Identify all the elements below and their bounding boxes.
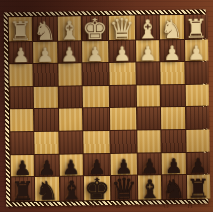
square-g5[interactable] [34, 109, 58, 131]
square-a3[interactable] [185, 62, 209, 84]
square-a2[interactable]: ♟ [185, 39, 209, 61]
chess-photo-canvas: ♜♞♝♚♛♝♞♜♟♟♟♟♟♟♟♟♟♟♟♟♟♟♟♟♜♞♝♚♛♝♞♜ ABCDEFG… [0, 0, 213, 212]
square-g6[interactable] [35, 132, 59, 154]
piece-bN-b8[interactable]: ♞ [162, 177, 186, 202]
square-b7[interactable]: ♟ [162, 153, 186, 175]
piece-bB-f8[interactable]: ♝ [60, 179, 84, 204]
piece-bN-g8[interactable]: ♞ [35, 179, 59, 204]
square-g3[interactable] [34, 64, 58, 86]
square-c7[interactable]: ♟ [138, 153, 162, 175]
square-h6[interactable] [10, 132, 34, 154]
square-e1[interactable]: ♚ [82, 16, 108, 40]
square-a5[interactable] [186, 107, 210, 129]
square-h7[interactable]: ♟ [11, 155, 35, 177]
piece-wP-d2[interactable]: ♟ [113, 45, 131, 64]
file-label-c: C [58, 202, 82, 211]
piece-wP-b2[interactable]: ♟ [163, 44, 181, 63]
piece-wP-f2[interactable]: ♟ [60, 46, 78, 65]
square-g4[interactable] [34, 87, 58, 109]
square-c6[interactable] [137, 130, 161, 152]
square-f4[interactable] [58, 86, 82, 108]
square-a6[interactable] [186, 130, 210, 152]
piece-bB-c8[interactable]: ♝ [138, 178, 162, 203]
square-h1[interactable]: ♜ [9, 17, 33, 41]
square-f7[interactable]: ♟ [59, 154, 83, 176]
piece-wN-g1[interactable]: ♞ [33, 19, 57, 44]
piece-wR-a1[interactable]: ♜ [184, 16, 208, 41]
square-a8[interactable]: ♜ [187, 175, 211, 199]
piece-wR-h1[interactable]: ♜ [9, 19, 33, 44]
square-d1[interactable]: ♛ [109, 16, 135, 40]
piece-bQ-d8[interactable]: ♛ [111, 176, 137, 204]
square-d4[interactable] [110, 85, 136, 107]
square-b4[interactable] [161, 85, 185, 107]
square-f5[interactable] [59, 109, 83, 131]
file-label-b: B [34, 202, 58, 211]
square-h2[interactable]: ♟ [9, 42, 33, 64]
square-f1[interactable]: ♝ [57, 16, 81, 40]
square-a1[interactable]: ♜ [184, 15, 208, 39]
square-c4[interactable] [137, 85, 161, 107]
square-h4[interactable] [10, 87, 34, 109]
piece-bR-a8[interactable]: ♜ [187, 177, 211, 202]
square-c3[interactable] [136, 62, 160, 84]
square-f6[interactable] [59, 131, 83, 153]
piece-wK-e1[interactable]: ♚ [82, 16, 108, 44]
piece-bR-h8[interactable]: ♜ [11, 179, 35, 204]
square-h8[interactable]: ♜ [11, 177, 35, 201]
square-e4[interactable] [83, 86, 109, 108]
square-g2[interactable]: ♟ [33, 41, 57, 63]
square-b3[interactable] [161, 62, 185, 84]
square-b1[interactable]: ♞ [160, 15, 184, 39]
square-d3[interactable] [109, 63, 135, 85]
piece-wB-f1[interactable]: ♝ [57, 18, 81, 43]
square-f2[interactable]: ♟ [58, 41, 82, 63]
piece-wP-h2[interactable]: ♟ [12, 46, 30, 65]
square-d6[interactable] [110, 131, 136, 153]
piece-wP-c2[interactable]: ♟ [139, 44, 157, 63]
piece-bK-e8[interactable]: ♚ [84, 176, 110, 204]
file-label-g: G [154, 202, 178, 211]
piece-wP-e2[interactable]: ♟ [86, 45, 104, 64]
square-b6[interactable] [162, 130, 186, 152]
square-h3[interactable] [9, 64, 33, 86]
file-label-a: A [10, 202, 34, 211]
square-b8[interactable]: ♞ [162, 175, 186, 199]
square-d5[interactable] [110, 108, 136, 130]
file-label-e: E [106, 202, 130, 211]
file-label-f: F [130, 202, 154, 211]
square-b5[interactable] [161, 107, 185, 129]
piece-wN-b1[interactable]: ♞ [160, 17, 184, 42]
square-b2[interactable]: ♟ [160, 39, 184, 61]
square-e3[interactable] [82, 63, 108, 85]
square-h5[interactable] [10, 109, 34, 131]
chess-board: ♜♞♝♚♛♝♞♜♟♟♟♟♟♟♟♟♟♟♟♟♟♟♟♟♜♞♝♚♛♝♞♜ [8, 14, 205, 203]
file-label-h: H [178, 202, 202, 211]
square-e6[interactable] [83, 131, 109, 153]
square-f3[interactable] [58, 64, 82, 86]
square-g8[interactable]: ♞ [35, 177, 59, 201]
piece-wB-c1[interactable]: ♝ [136, 17, 160, 42]
piece-wQ-d1[interactable]: ♛ [109, 16, 135, 44]
square-c2[interactable]: ♟ [136, 40, 160, 62]
square-c8[interactable]: ♝ [138, 176, 162, 200]
square-a4[interactable] [185, 84, 209, 106]
square-a7[interactable]: ♟ [186, 152, 210, 174]
file-labels: ABCDEFGH [10, 202, 202, 211]
square-d8[interactable]: ♛ [111, 176, 137, 200]
square-e5[interactable] [83, 108, 109, 130]
file-label-d: D [82, 202, 106, 211]
square-g1[interactable]: ♞ [33, 17, 57, 41]
square-f8[interactable]: ♝ [60, 177, 84, 201]
square-e8[interactable]: ♚ [84, 176, 110, 200]
piece-wP-a2[interactable]: ♟ [187, 44, 205, 63]
square-c1[interactable]: ♝ [136, 15, 160, 39]
square-g7[interactable]: ♟ [35, 154, 59, 176]
square-c5[interactable] [137, 108, 161, 130]
piece-wP-g2[interactable]: ♟ [36, 46, 54, 65]
board-inlay-border: ♜♞♝♚♛♝♞♜♟♟♟♟♟♟♟♟♟♟♟♟♟♟♟♟♜♞♝♚♛♝♞♜ [4, 10, 209, 207]
